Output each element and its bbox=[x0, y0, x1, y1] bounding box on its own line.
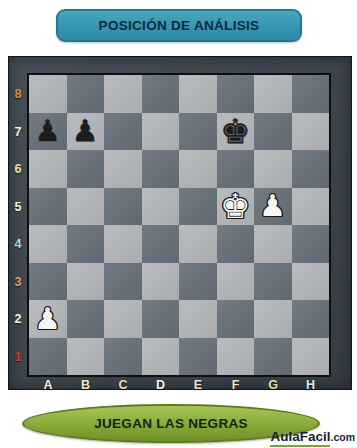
square-e7[interactable] bbox=[179, 113, 217, 151]
square-e8[interactable] bbox=[179, 75, 217, 113]
square-h4[interactable] bbox=[292, 225, 330, 263]
file-label-F: F bbox=[217, 378, 255, 391]
square-g3[interactable] bbox=[254, 263, 292, 301]
square-c7[interactable] bbox=[104, 113, 142, 151]
square-f6[interactable] bbox=[217, 150, 255, 188]
analysis-diagram: POSICIÓN DE ANÁLISIS ♟♟♚♚♟♟ 87654321 ABC… bbox=[0, 0, 357, 448]
square-f3[interactable] bbox=[217, 263, 255, 301]
square-d5[interactable] bbox=[142, 188, 180, 226]
square-e3[interactable] bbox=[179, 263, 217, 301]
square-h1[interactable] bbox=[292, 338, 330, 376]
square-c4[interactable] bbox=[104, 225, 142, 263]
square-b3[interactable] bbox=[67, 263, 105, 301]
square-d1[interactable] bbox=[142, 338, 180, 376]
square-b1[interactable] bbox=[67, 338, 105, 376]
file-label-H: H bbox=[292, 378, 330, 391]
file-label-D: D bbox=[142, 378, 180, 391]
square-b6[interactable] bbox=[67, 150, 105, 188]
rank-label-4: 4 bbox=[10, 225, 26, 263]
square-f8[interactable] bbox=[217, 75, 255, 113]
file-label-E: E bbox=[179, 378, 217, 391]
rank-label-8: 8 bbox=[10, 75, 26, 113]
square-h5[interactable] bbox=[292, 188, 330, 226]
white-pawn: ♟ bbox=[34, 304, 61, 334]
square-b2[interactable] bbox=[67, 300, 105, 338]
square-g5[interactable]: ♟ bbox=[254, 188, 292, 226]
white-pawn: ♟ bbox=[259, 191, 286, 221]
brand-name: AulaFacil bbox=[270, 430, 330, 447]
square-h7[interactable] bbox=[292, 113, 330, 151]
square-a6[interactable] bbox=[29, 150, 67, 188]
square-b7[interactable]: ♟ bbox=[67, 113, 105, 151]
square-g8[interactable] bbox=[254, 75, 292, 113]
square-a5[interactable] bbox=[29, 188, 67, 226]
square-f5[interactable]: ♚ bbox=[217, 188, 255, 226]
square-e6[interactable] bbox=[179, 150, 217, 188]
analysis-title: POSICIÓN DE ANÁLISIS bbox=[99, 18, 260, 33]
square-f4[interactable] bbox=[217, 225, 255, 263]
square-c2[interactable] bbox=[104, 300, 142, 338]
file-label-C: C bbox=[104, 378, 142, 391]
square-d6[interactable] bbox=[142, 150, 180, 188]
black-pawn: ♟ bbox=[34, 116, 61, 146]
square-g1[interactable] bbox=[254, 338, 292, 376]
square-b8[interactable] bbox=[67, 75, 105, 113]
square-f1[interactable] bbox=[217, 338, 255, 376]
square-d7[interactable] bbox=[142, 113, 180, 151]
square-e5[interactable] bbox=[179, 188, 217, 226]
square-a2[interactable]: ♟ bbox=[29, 300, 67, 338]
white-king: ♚ bbox=[220, 189, 250, 223]
rank-label-2: 2 bbox=[10, 300, 26, 338]
square-h6[interactable] bbox=[292, 150, 330, 188]
turn-banner-label: JUEGAN LAS NEGRAS bbox=[94, 416, 248, 431]
square-c5[interactable] bbox=[104, 188, 142, 226]
rank-label-6: 6 bbox=[10, 150, 26, 188]
black-pawn: ♟ bbox=[72, 116, 99, 146]
square-e2[interactable] bbox=[179, 300, 217, 338]
chess-board-frame: ♟♟♚♚♟♟ 87654321 ABCDEFGH bbox=[8, 56, 352, 390]
square-a3[interactable] bbox=[29, 263, 67, 301]
file-label-B: B bbox=[67, 378, 105, 391]
rank-label-1: 1 bbox=[10, 338, 26, 376]
aulafacil-brand-link[interactable]: AulaFacil .com bbox=[270, 430, 355, 447]
square-b5[interactable] bbox=[67, 188, 105, 226]
rank-label-3: 3 bbox=[10, 263, 26, 301]
square-h2[interactable] bbox=[292, 300, 330, 338]
chess-board: ♟♟♚♚♟♟ bbox=[27, 73, 331, 377]
square-d3[interactable] bbox=[142, 263, 180, 301]
square-e1[interactable] bbox=[179, 338, 217, 376]
square-b4[interactable] bbox=[67, 225, 105, 263]
rank-label-7: 7 bbox=[10, 113, 26, 151]
square-c6[interactable] bbox=[104, 150, 142, 188]
square-c8[interactable] bbox=[104, 75, 142, 113]
square-h3[interactable] bbox=[292, 263, 330, 301]
analysis-title-banner: POSICIÓN DE ANÁLISIS bbox=[56, 9, 302, 42]
brand-suffix: .com bbox=[330, 431, 355, 443]
square-d8[interactable] bbox=[142, 75, 180, 113]
square-h8[interactable] bbox=[292, 75, 330, 113]
square-g7[interactable] bbox=[254, 113, 292, 151]
square-d4[interactable] bbox=[142, 225, 180, 263]
square-c3[interactable] bbox=[104, 263, 142, 301]
square-a4[interactable] bbox=[29, 225, 67, 263]
black-king: ♚ bbox=[220, 114, 250, 148]
square-g6[interactable] bbox=[254, 150, 292, 188]
square-g4[interactable] bbox=[254, 225, 292, 263]
square-e4[interactable] bbox=[179, 225, 217, 263]
square-f2[interactable] bbox=[217, 300, 255, 338]
square-f7[interactable]: ♚ bbox=[217, 113, 255, 151]
square-a8[interactable] bbox=[29, 75, 67, 113]
square-a1[interactable] bbox=[29, 338, 67, 376]
square-c1[interactable] bbox=[104, 338, 142, 376]
rank-label-5: 5 bbox=[10, 188, 26, 226]
square-g2[interactable] bbox=[254, 300, 292, 338]
file-label-G: G bbox=[254, 378, 292, 391]
file-label-A: A bbox=[29, 378, 67, 391]
square-d2[interactable] bbox=[142, 300, 180, 338]
square-a7[interactable]: ♟ bbox=[29, 113, 67, 151]
